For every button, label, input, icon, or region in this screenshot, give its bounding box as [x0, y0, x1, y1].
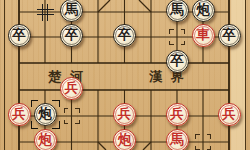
- piece-black-soldier[interactable]: 卒: [218, 24, 241, 47]
- piece-red-soldier[interactable]: 兵: [166, 103, 189, 126]
- piece-black-soldier[interactable]: 卒: [8, 24, 31, 47]
- piece-red-horse[interactable]: 馬: [166, 129, 189, 151]
- piece-black-soldier[interactable]: 卒: [113, 24, 136, 47]
- piece-black-horse[interactable]: 馬: [166, 0, 189, 22]
- piece-black-horse[interactable]: 馬: [60, 0, 83, 22]
- piece-red-soldier[interactable]: 兵: [60, 77, 83, 100]
- piece-red-soldier[interactable]: 兵: [8, 103, 31, 126]
- piece-black-soldier[interactable]: 卒: [60, 24, 83, 47]
- piece-red-soldier[interactable]: 兵: [113, 103, 136, 126]
- board-grid: [0, 0, 250, 150]
- river-label-han-jie: 漢界: [149, 70, 193, 83]
- piece-black-soldier[interactable]: 卒: [166, 50, 189, 73]
- piece-red-chariot[interactable]: 車: [192, 24, 215, 47]
- point-marker: [64, 108, 80, 124]
- xiangqi-board[interactable]: 楚河 漢界 馬馬炮卒卒卒車卒卒兵兵炮兵兵兵炮炮馬: [0, 0, 250, 150]
- piece-red-soldier[interactable]: 兵: [218, 103, 241, 126]
- piece-black-cannon[interactable]: 炮: [192, 0, 215, 22]
- point-marker: [195, 134, 211, 150]
- piece-red-cannon[interactable]: 炮: [34, 129, 57, 151]
- point-marker: [169, 29, 185, 45]
- piece-black-cannon[interactable]: 炮: [34, 103, 57, 126]
- piece-red-cannon[interactable]: 炮: [113, 129, 136, 151]
- last-move-origin-marker: [37, 4, 54, 21]
